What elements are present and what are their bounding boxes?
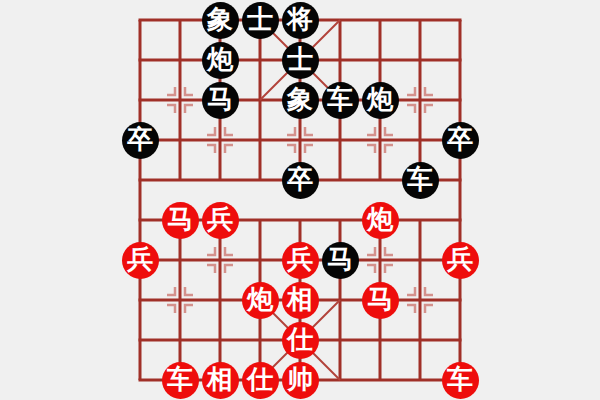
black-soldier[interactable]: 卒	[442, 122, 479, 159]
xiangqi-board[interactable]: 象士将炮士马象车炮卒卒卒车马兵炮兵兵马兵炮相马仕车相仕帅车	[120, 0, 480, 400]
red-cannon[interactable]: 炮	[362, 202, 399, 239]
black-elephant[interactable]: 象	[282, 82, 319, 119]
black-advisor[interactable]: 士	[282, 42, 319, 79]
red-elephant[interactable]: 相	[202, 362, 239, 399]
red-horse[interactable]: 马	[162, 202, 199, 239]
black-soldier[interactable]: 卒	[282, 162, 319, 199]
black-soldier[interactable]: 卒	[122, 122, 159, 159]
black-general[interactable]: 将	[282, 2, 319, 39]
red-advisor[interactable]: 仕	[242, 362, 279, 399]
red-soldier[interactable]: 兵	[122, 242, 159, 279]
red-chariot[interactable]: 车	[442, 362, 479, 399]
red-elephant[interactable]: 相	[282, 282, 319, 319]
black-elephant[interactable]: 象	[202, 2, 239, 39]
black-cannon[interactable]: 炮	[202, 42, 239, 79]
red-general[interactable]: 帅	[282, 362, 319, 399]
red-soldier[interactable]: 兵	[282, 242, 319, 279]
red-cannon[interactable]: 炮	[242, 282, 279, 319]
black-chariot[interactable]: 车	[322, 82, 359, 119]
red-soldier[interactable]: 兵	[442, 242, 479, 279]
black-chariot[interactable]: 车	[402, 162, 439, 199]
red-advisor[interactable]: 仕	[282, 322, 319, 359]
black-horse[interactable]: 马	[322, 242, 359, 279]
xiangqi-app: 象士将炮士马象车炮卒卒卒车马兵炮兵兵马兵炮相马仕车相仕帅车	[0, 0, 600, 400]
red-chariot[interactable]: 车	[162, 362, 199, 399]
red-horse[interactable]: 马	[362, 282, 399, 319]
black-horse[interactable]: 马	[202, 82, 239, 119]
red-soldier[interactable]: 兵	[202, 202, 239, 239]
black-cannon[interactable]: 炮	[362, 82, 399, 119]
black-advisor[interactable]: 士	[242, 2, 279, 39]
